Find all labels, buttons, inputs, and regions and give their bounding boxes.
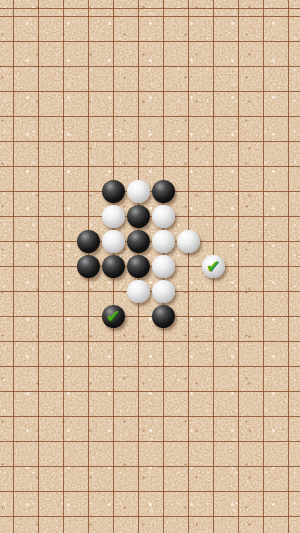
black-stone xyxy=(77,230,100,253)
white-stone xyxy=(127,180,150,203)
gomoku-board[interactable]: ✔✔ xyxy=(0,0,300,533)
white-stone xyxy=(202,255,225,278)
white-stone xyxy=(177,230,200,253)
white-stone xyxy=(152,255,175,278)
black-stone xyxy=(127,255,150,278)
black-stone xyxy=(127,230,150,253)
black-stone xyxy=(102,305,125,328)
white-stone xyxy=(152,280,175,303)
black-stone xyxy=(102,180,125,203)
stones-layer: ✔✔ xyxy=(0,0,300,533)
black-stone xyxy=(127,205,150,228)
white-stone xyxy=(102,205,125,228)
white-stone xyxy=(152,230,175,253)
white-stone xyxy=(127,280,150,303)
black-stone xyxy=(152,305,175,328)
black-stone xyxy=(102,255,125,278)
black-stone xyxy=(152,180,175,203)
white-stone xyxy=(102,230,125,253)
white-stone xyxy=(152,205,175,228)
black-stone xyxy=(77,255,100,278)
